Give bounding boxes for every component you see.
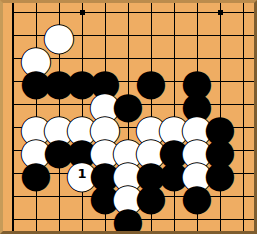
black-stone-glyph: ●: [181, 178, 213, 215]
star-point: [218, 10, 223, 15]
black-stone-glyph: ●: [20, 155, 52, 192]
go-board-diagram: ●●●●●●●●●●●●●●●●●●●●●●●●●●●●●●1●●●●●●●●●…: [0, 0, 257, 234]
stone-layer: ●●●●●●●●●●●●●●●●●●●●●●●●●●●●●●1●●●●●●●●●…: [2, 1, 255, 231]
stone-black: ●: [186, 185, 209, 208]
star-point: [80, 10, 85, 15]
stone-black: ●: [117, 208, 140, 231]
stone-black: ●: [25, 162, 48, 185]
black-stone-glyph: ●: [112, 201, 144, 234]
